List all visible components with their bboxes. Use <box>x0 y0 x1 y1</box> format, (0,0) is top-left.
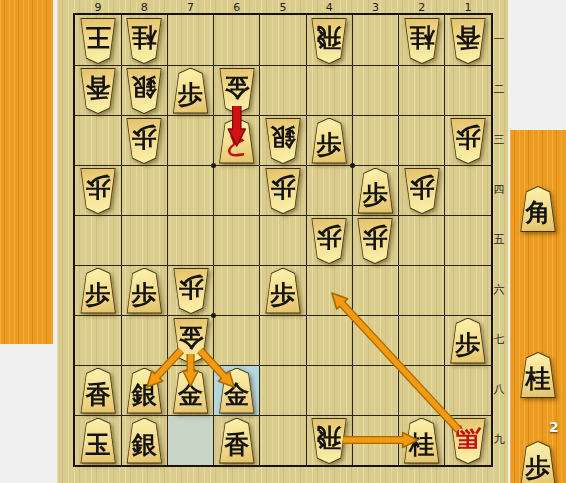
piece-glyph: 香 <box>448 18 488 64</box>
piece-glyph: 歩 <box>448 318 488 364</box>
square-4b[interactable] <box>306 65 352 115</box>
piece-inner: 飛 <box>309 418 349 464</box>
piece-inner: 歩 <box>309 118 349 164</box>
square-7e[interactable] <box>167 215 213 265</box>
square-5g[interactable] <box>260 315 306 365</box>
piece-glyph: 桂 <box>518 352 558 398</box>
piece-inner: 玉 <box>78 418 118 464</box>
hand-count-歩: 2 <box>549 419 559 435</box>
square-9c[interactable] <box>75 115 121 165</box>
square-3b[interactable] <box>352 65 398 115</box>
piece-sente-金-7h[interactable]: 金 <box>171 368 211 414</box>
file-label-8: 8 <box>121 2 167 13</box>
square-5i[interactable] <box>260 415 306 465</box>
file-label-5: 5 <box>260 2 306 13</box>
piece-glyph: 飛 <box>309 18 349 64</box>
piece-inner: 歩 <box>124 118 164 164</box>
piece-glyph: 王 <box>78 18 118 64</box>
piece-sente-香-9h[interactable]: 香 <box>78 368 118 414</box>
piece-inner: 歩 <box>78 268 118 314</box>
piece-glyph: 歩 <box>78 168 118 214</box>
square-1e[interactable] <box>445 215 491 265</box>
piece-glyph: 桂 <box>124 18 164 64</box>
piece-gote-歩-3e[interactable]: 歩 <box>355 218 395 264</box>
piece-inner: 歩 <box>402 168 442 214</box>
rank-label-9: 九 <box>492 434 506 445</box>
square-8g[interactable] <box>121 315 167 365</box>
piece-sente-銀-8h[interactable]: 銀 <box>124 368 164 414</box>
piece-glyph: 金 <box>217 368 257 414</box>
piece-sente-桂-2i[interactable]: 桂 <box>402 418 442 464</box>
piece-inner: 桂 <box>402 418 442 464</box>
rank-label-8: 八 <box>492 384 506 395</box>
file-label-1: 1 <box>445 2 491 13</box>
piece-inner: 金 <box>217 368 257 414</box>
piece-inner: 金 <box>171 368 211 414</box>
square-3f[interactable] <box>352 265 398 315</box>
piece-inner: 歩 <box>355 168 395 214</box>
piece-glyph: 歩 <box>78 268 118 314</box>
piece-glyph: 馬 <box>448 418 488 464</box>
piece-glyph: 歩 <box>309 118 349 164</box>
piece-glyph: 香 <box>217 418 257 464</box>
file-label-7: 7 <box>167 2 213 13</box>
piece-gote-歩-5d[interactable]: 歩 <box>263 168 303 214</box>
piece-inner: 歩 <box>124 268 164 314</box>
file-label-2: 2 <box>399 2 445 13</box>
piece-glyph: 銀 <box>263 118 303 164</box>
piece-glyph: 歩 <box>309 218 349 264</box>
piece-gote-香-1a[interactable]: 香 <box>448 18 488 64</box>
piece-glyph: 歩 <box>448 118 488 164</box>
piece-glyph: 歩 <box>355 168 395 214</box>
piece-glyph: 歩 <box>518 441 558 483</box>
piece-glyph: 金 <box>171 368 211 414</box>
piece-gote-王-9a[interactable]: 王 <box>78 18 118 64</box>
square-3h[interactable] <box>352 365 398 415</box>
square-2b[interactable] <box>399 65 445 115</box>
piece-inner: 飛 <box>309 18 349 64</box>
piece-inner: 歩 <box>263 268 303 314</box>
piece-inner: 歩 <box>309 218 349 264</box>
file-label-3: 3 <box>352 2 398 13</box>
piece-glyph: 角 <box>518 186 558 232</box>
square-1f[interactable] <box>445 265 491 315</box>
piece-glyph: 玉 <box>78 418 118 464</box>
piece-inner: 香 <box>78 368 118 414</box>
piece-inner: 銀 <box>263 118 303 164</box>
piece-glyph: 銀 <box>124 68 164 114</box>
piece-gote-桂-8a[interactable]: 桂 <box>124 18 164 64</box>
square-1b[interactable] <box>445 65 491 115</box>
rank-label-6: 六 <box>492 284 506 295</box>
file-label-9: 9 <box>75 2 121 13</box>
hand-piece-sente-桂[interactable]: 桂 <box>518 352 558 398</box>
rank-label-3: 三 <box>492 134 506 145</box>
square-6e[interactable] <box>214 215 260 265</box>
piece-inner: 王 <box>78 18 118 64</box>
piece-gote-金-6b[interactable]: 金 <box>217 68 257 114</box>
file-label-6: 6 <box>214 2 260 13</box>
piece-gote-銀-5c[interactable]: 銀 <box>263 118 303 164</box>
piece-glyph: 歩 <box>355 218 395 264</box>
piece-sente-銀-8i[interactable]: 銀 <box>124 418 164 464</box>
piece-glyph: 歩 <box>402 168 442 214</box>
square-2c[interactable] <box>399 115 445 165</box>
piece-gote-銀-8b[interactable]: 銀 <box>124 68 164 114</box>
square-1h[interactable] <box>445 365 491 415</box>
piece-glyph: 桂 <box>402 18 442 64</box>
square-4g[interactable] <box>306 315 352 365</box>
piece-inner: 金 <box>217 68 257 114</box>
piece-inner: 歩 <box>448 118 488 164</box>
rank-label-1: 一 <box>492 34 506 45</box>
piece-gote-飛-4a[interactable]: 飛 <box>309 18 349 64</box>
piece-inner: 歩 <box>78 168 118 214</box>
hand-piece-sente-角[interactable]: 角 <box>518 186 558 232</box>
piece-glyph: 銀 <box>124 368 164 414</box>
piece-glyph: 桂 <box>402 418 442 464</box>
square-7a[interactable] <box>167 15 213 65</box>
piece-gote-歩-7f[interactable]: 歩 <box>171 268 211 314</box>
piece-glyph: 歩 <box>171 268 211 314</box>
piece-glyph: 歩 <box>124 268 164 314</box>
square-6a[interactable] <box>214 15 260 65</box>
square-2e[interactable] <box>399 215 445 265</box>
piece-glyph: 香 <box>78 68 118 114</box>
piece-inner: 角 <box>518 186 558 232</box>
piece-inner: 歩 <box>171 268 211 314</box>
piece-glyph: 金 <box>217 68 257 114</box>
piece-inner: 香 <box>217 418 257 464</box>
piece-inner: 歩 <box>263 168 303 214</box>
piece-gote-歩-9d[interactable]: 歩 <box>78 168 118 214</box>
piece-inner: 銀 <box>124 418 164 464</box>
square-5b[interactable] <box>260 65 306 115</box>
piece-sente-歩-7b[interactable]: 歩 <box>171 68 211 114</box>
piece-sente-歩-8f[interactable]: 歩 <box>124 268 164 314</box>
square-3a[interactable] <box>352 15 398 65</box>
piece-sente-金-6h[interactable]: 金 <box>217 368 257 414</box>
piece-sente-玉-9i[interactable]: 玉 <box>78 418 118 464</box>
square-4f[interactable] <box>306 265 352 315</box>
square-5e[interactable] <box>260 215 306 265</box>
piece-sente-歩-1g[interactable]: 歩 <box>448 318 488 364</box>
piece-gote-金-7g[interactable]: 金 <box>171 318 211 364</box>
piece-inner: 歩 <box>518 441 558 483</box>
square-3c[interactable] <box>352 115 398 165</box>
piece-glyph: 飛 <box>309 418 349 464</box>
piece-inner: 歩 <box>171 68 211 114</box>
piece-glyph: 歩 <box>263 268 303 314</box>
piece-inner: 銀 <box>124 368 164 414</box>
piece-sente-歩-3d[interactable]: 歩 <box>355 168 395 214</box>
rank-label-4: 四 <box>492 184 506 195</box>
piece-inner: 歩 <box>355 218 395 264</box>
piece-inner: 香 <box>448 18 488 64</box>
square-3g[interactable] <box>352 315 398 365</box>
square-8e[interactable] <box>121 215 167 265</box>
piece-inner: 桂 <box>518 352 558 398</box>
square-5h[interactable] <box>260 365 306 415</box>
square-7c[interactable] <box>167 115 213 165</box>
square-7i[interactable] <box>167 415 213 465</box>
piece-sente-歩-4c[interactable]: 歩 <box>309 118 349 164</box>
square-2g[interactable] <box>399 315 445 365</box>
piece-gote-歩-4e[interactable]: 歩 <box>309 218 349 264</box>
square-2h[interactable] <box>399 365 445 415</box>
shogi-board: 987654321一二三四五六七八九王桂飛桂香香銀歩金歩と銀歩歩歩歩歩歩歩歩歩歩… <box>0 0 566 483</box>
square-2f[interactable] <box>399 265 445 315</box>
piece-gote-飛-4i[interactable]: 飛 <box>309 418 349 464</box>
piece-inner: と <box>217 118 257 164</box>
rank-label-7: 七 <box>492 334 506 345</box>
hand-piece-sente-歩[interactable]: 歩 <box>518 441 558 483</box>
piece-gote-馬-1i[interactable]: 馬 <box>448 418 488 464</box>
piece-inner: 馬 <box>448 418 488 464</box>
file-label-4: 4 <box>306 2 352 13</box>
piece-inner: 金 <box>171 318 211 364</box>
piece-inner: 香 <box>78 68 118 114</box>
piece-sente-歩-9f[interactable]: 歩 <box>78 268 118 314</box>
piece-inner: 歩 <box>448 318 488 364</box>
piece-gote-歩-2d[interactable]: 歩 <box>402 168 442 214</box>
square-4h[interactable] <box>306 365 352 415</box>
piece-gote-歩-8c[interactable]: 歩 <box>124 118 164 164</box>
square-4d[interactable] <box>306 165 352 215</box>
rank-label-2: 二 <box>492 84 506 95</box>
square-6f[interactable] <box>214 265 260 315</box>
square-5a[interactable] <box>260 15 306 65</box>
piece-glyph: 銀 <box>124 418 164 464</box>
piece-inner: 桂 <box>402 18 442 64</box>
piece-gote-桂-2a[interactable]: 桂 <box>402 18 442 64</box>
square-8d[interactable] <box>121 165 167 215</box>
square-9e[interactable] <box>75 215 121 265</box>
piece-sente-香-6i[interactable]: 香 <box>217 418 257 464</box>
square-6g[interactable] <box>214 315 260 365</box>
piece-sente-と-6c[interactable]: と <box>217 118 257 164</box>
piece-glyph: 歩 <box>263 168 303 214</box>
square-3i[interactable] <box>352 415 398 465</box>
square-7d[interactable] <box>167 165 213 215</box>
piece-glyph: 歩 <box>171 68 211 114</box>
piece-gote-歩-1c[interactable]: 歩 <box>448 118 488 164</box>
piece-sente-歩-5f[interactable]: 歩 <box>263 268 303 314</box>
piece-inner: 銀 <box>124 68 164 114</box>
rank-label-5: 五 <box>492 234 506 245</box>
piece-gote-香-9b[interactable]: 香 <box>78 68 118 114</box>
square-6d[interactable] <box>214 165 260 215</box>
piece-glyph: 金 <box>171 318 211 364</box>
square-9g[interactable] <box>75 315 121 365</box>
piece-inner: 桂 <box>124 18 164 64</box>
square-1d[interactable] <box>445 165 491 215</box>
piece-glyph: 香 <box>78 368 118 414</box>
piece-glyph: と <box>217 118 257 164</box>
piece-glyph: 歩 <box>124 118 164 164</box>
